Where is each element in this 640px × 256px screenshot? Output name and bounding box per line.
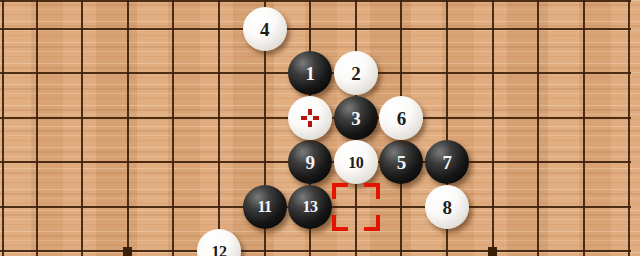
board-markers-layer (0, 0, 640, 256)
highlighted-point-brackets[interactable] (332, 183, 380, 231)
last-move-crosshair-icon (301, 109, 319, 127)
gomoku-board[interactable]: 12345678910111213 (0, 0, 640, 256)
